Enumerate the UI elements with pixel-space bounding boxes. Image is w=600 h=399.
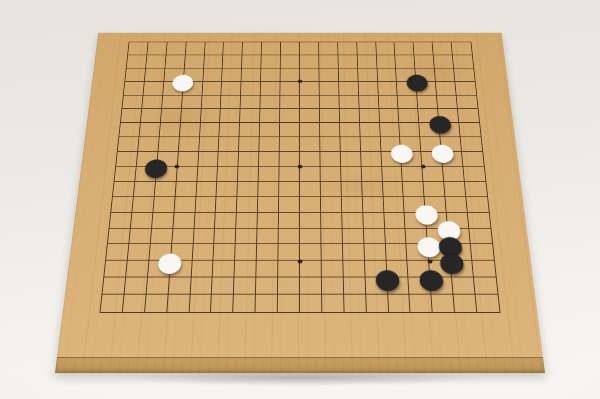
board-cell [384,213,406,229]
board-cell [261,55,280,68]
board-cell [280,152,300,167]
board-cell [300,278,322,295]
board-cell [429,261,452,278]
board-cell [468,213,491,229]
board-cell [454,68,475,81]
board-cell [322,261,344,278]
board-cell [451,261,474,278]
board-cell [242,68,262,81]
board-cell [200,109,221,123]
board-cell [365,261,387,278]
board-cell [141,109,162,123]
board-cell [414,42,434,55]
board-cell [362,182,383,197]
board-cell [153,197,175,213]
board-cell [198,152,219,167]
board-cell [439,123,460,137]
board-cell [139,123,160,137]
board-cell [339,95,359,109]
board-cell [171,244,194,260]
board-cell [416,68,436,81]
board-cell [396,55,416,68]
board-cell [145,68,166,81]
board-cell [378,82,398,96]
board-cell [240,123,260,137]
board-cell [471,244,494,260]
board-cell [256,295,278,312]
board-cell [446,197,468,213]
board-cell [426,213,448,229]
board-cell [400,123,421,137]
board-cell [380,137,401,152]
board-cell [441,137,462,152]
board-cell [201,95,221,109]
board-top-surface: ●●●●●●●●●●●●●● [57,33,543,358]
board-cell [134,182,156,197]
board-cell [300,228,321,244]
board-cell [399,109,420,123]
board-cell [407,244,430,260]
board-cell [378,95,398,109]
board-cell [428,244,451,260]
board-cell [448,228,471,244]
board-cell [280,82,300,96]
board-cell [173,213,195,229]
board-cell [438,109,459,123]
board-cell [364,244,386,260]
board-cell [279,182,300,197]
board-cell [300,42,319,55]
board-cell [212,278,235,295]
board-cell [300,109,320,123]
board-cell [469,228,492,244]
board-cell [300,197,321,213]
board-cell [135,167,157,182]
board-cell [243,42,262,55]
board-cell [156,167,178,182]
board-cell [435,68,456,81]
board-cell [200,123,221,137]
board-cell [300,82,320,96]
board-cell [280,123,300,137]
board-cell [433,42,453,55]
board-cell [423,167,445,182]
board-cell [116,152,138,167]
board-cell [146,278,169,295]
board-cell [261,68,281,81]
board-cell [221,95,241,109]
board-cell [178,137,199,152]
board-cell [278,278,300,295]
board-cell [425,197,447,213]
board-cell [406,228,428,244]
board-cell [342,228,364,244]
board-cell [106,244,129,260]
board-cell [215,213,237,229]
board-cell [124,82,145,96]
board-cell [202,82,222,96]
board-cell [452,42,472,55]
board-cell [320,109,340,123]
board-cell [455,82,476,96]
board-cell [398,95,419,109]
board-cell [219,137,240,152]
board-cell [358,82,378,96]
grid-lattice [99,42,500,313]
board-cell [165,55,185,68]
board-cell [417,82,438,96]
board-cell [360,137,381,152]
board-cell [387,278,410,295]
board-cell [215,228,237,244]
board-cell [142,95,163,109]
board-cell [189,295,212,312]
board-cell [279,197,300,213]
board-cell [280,137,300,152]
board-cell [380,123,401,137]
board-cell [300,295,322,312]
board-cell [424,182,446,197]
board-cell [395,42,415,55]
board-cell [341,152,362,167]
board-cell [163,82,184,96]
board-cell [161,109,182,123]
board-cell [363,213,385,229]
board-cell [234,278,256,295]
board-cell [203,68,223,81]
board-cell [434,55,454,68]
board-cell [405,213,427,229]
board-cell [362,197,384,213]
board-cell [321,213,342,229]
board-cell [256,278,278,295]
board-cell [462,152,484,167]
board-cell [240,109,260,123]
board-cell [300,182,321,197]
board-cell [132,197,154,213]
board-cell [172,228,194,244]
board-cell [211,295,234,312]
board-cell [162,95,183,109]
board-cell [388,295,411,312]
board-cell [300,68,319,81]
board-cell [176,167,198,182]
board-cell [242,55,262,68]
board-cell [417,95,438,109]
board-cell [131,213,153,229]
board-cell [101,295,125,312]
board-cell [397,82,417,96]
board-cell [158,137,179,152]
board-cell [154,182,176,197]
board-cell [123,295,147,312]
board-cell [379,109,400,123]
board-cell [300,123,320,137]
board-cell [217,182,238,197]
board-cell [472,261,495,278]
board-cell [320,95,340,109]
board-cell [213,261,235,278]
board-cell [218,152,239,167]
board-cell [437,95,458,109]
board-cell [404,197,426,213]
board-cell [357,42,377,55]
board-cell [431,278,454,295]
board-cell [175,182,197,197]
board-cell [339,82,359,96]
board-cell [400,137,421,152]
board-cell [321,228,343,244]
board-cell [365,278,388,295]
board-cell [363,228,385,244]
board-cell [164,68,184,81]
board-cell [257,228,279,244]
board-cell [192,244,214,260]
board-cell [343,244,365,260]
board-cell [127,55,148,68]
board-cell [128,244,151,260]
board-cell [458,109,479,123]
board-cell [432,295,455,312]
board-cell [214,244,236,260]
board-cell [278,295,300,312]
board-cell [122,95,143,109]
board-cell [220,109,240,123]
board-cell [463,167,485,182]
board-cell [422,152,443,167]
board-cell [196,182,218,197]
board-cell [383,197,405,213]
board-cell [281,42,300,55]
board-cell [461,137,483,152]
board-cell [427,228,450,244]
board-cell [222,68,242,81]
board-cell [450,244,473,260]
board-cell [320,167,341,182]
board-cell [236,213,258,229]
board-cell [111,197,133,213]
board-cell [320,152,341,167]
board-cell [453,55,474,68]
board-cell [258,213,279,229]
board-cell [278,244,300,260]
board-cell [320,137,340,152]
board-cell [108,228,131,244]
board-cell [360,123,381,137]
board-cell [145,295,168,312]
board-cell [234,295,257,312]
board-cell [104,261,127,278]
board-cell [179,123,200,137]
board-cell [319,68,339,81]
board-cell [184,55,204,68]
board-cell [239,152,260,167]
board-cell [300,137,320,152]
board-cell [376,55,396,68]
board-cell [474,278,498,295]
photo-backdrop: ●●●●●●●●●●●●●● [0,0,600,399]
board-cell [344,295,367,312]
board-cell [385,244,407,260]
board-cell [259,152,280,167]
board-cell [138,137,159,152]
board-cell [322,295,344,312]
board-cell [457,95,478,109]
board-cell [280,109,300,123]
board-cell [194,213,216,229]
board-cell [403,182,425,197]
board-cell [204,42,224,55]
board-cell [193,228,215,244]
board-cell [419,123,440,137]
board-cell [382,182,404,197]
board-cell [143,82,164,96]
board-cell [342,213,364,229]
board-cell [341,182,362,197]
board-cell [238,182,259,197]
board-cell [129,228,152,244]
board-cell [377,68,397,81]
board-cell [415,55,435,68]
board-cell [177,152,198,167]
board-cell [338,42,357,55]
board-cell [204,55,224,68]
board-cell [409,278,432,295]
board-cell [381,152,402,167]
board-front-edge [55,357,545,373]
board-cell [357,55,377,68]
board-cell [152,213,174,229]
board-cell [182,82,202,96]
board-cell [241,95,261,109]
board-cell [408,261,431,278]
board-cell [279,167,300,182]
board-cell [102,278,126,295]
board-cell [148,261,171,278]
board-cell [358,68,378,81]
board-cell [319,55,338,68]
board-cell [342,197,363,213]
board-cell [300,152,320,167]
board-cell [319,82,339,96]
board-cell [119,123,140,137]
board-cell [159,123,180,137]
board-cell [366,295,389,312]
board-cell [300,95,320,109]
board-cell [359,109,379,123]
board-cell [279,213,300,229]
board-cell [218,167,239,182]
board-cell [300,244,322,260]
board-cell [121,109,142,123]
board-cell [261,82,281,96]
board-cell [257,244,279,260]
go-board: ●●●●●●●●●●●●●● [55,33,545,373]
board-cell [444,182,466,197]
board-cell [181,109,202,123]
board-cell [343,261,365,278]
board-cell [118,137,140,152]
board-cell [167,295,190,312]
board-cell [235,244,257,260]
board-cell [259,137,279,152]
board-cell [260,109,280,123]
board-cell [339,68,359,81]
board-cell [185,42,205,55]
board-cell [466,197,488,213]
board-cell [113,182,135,197]
board-cell [418,109,439,123]
board-cell [319,42,338,55]
board-cell [260,123,280,137]
board-cell [259,167,280,182]
board-cell [340,123,360,137]
board-cell [199,137,220,152]
board-cell [476,295,500,312]
board-cell [235,261,257,278]
board-cell [359,95,379,109]
board-cell [169,261,192,278]
board-cell [166,42,186,55]
board-cell [128,42,148,55]
board-cell [376,42,396,55]
board-cell [341,167,362,182]
board-cell [279,228,300,244]
board-cell [339,109,359,123]
board-cell [109,213,132,229]
board-cell [191,261,214,278]
board-cell [150,228,173,244]
board-cell [300,167,321,182]
board-cell [465,182,487,197]
board-cell [385,228,407,244]
board-cell [401,152,422,167]
board-cell [258,197,279,213]
board-cell [220,123,241,137]
board-cell [149,244,172,260]
board-cell [382,167,403,182]
board-cell [343,278,365,295]
board-cell [452,278,475,295]
board-cell [146,55,166,68]
board-cell [300,261,322,278]
board-cell [338,55,358,68]
board-cell [216,197,238,213]
board-cell [190,278,213,295]
board-cell [322,278,344,295]
board-cell [320,123,340,137]
board-cell [168,278,191,295]
board-cell [340,137,361,152]
board-cell [197,167,218,182]
board-cell [126,261,149,278]
board-cell [241,82,261,96]
board-cell [261,95,281,109]
board-cell [321,182,342,197]
board-cell [300,55,319,68]
board-cell [454,295,478,312]
board-cell [459,123,480,137]
board-cell [447,213,469,229]
board-cell [281,55,300,68]
board-cell [402,167,424,182]
board-cell [237,197,258,213]
board-cell [443,167,465,182]
board-cell [361,167,382,182]
board-cell [125,68,146,81]
board-cell [137,152,159,167]
board-cell [195,197,217,213]
